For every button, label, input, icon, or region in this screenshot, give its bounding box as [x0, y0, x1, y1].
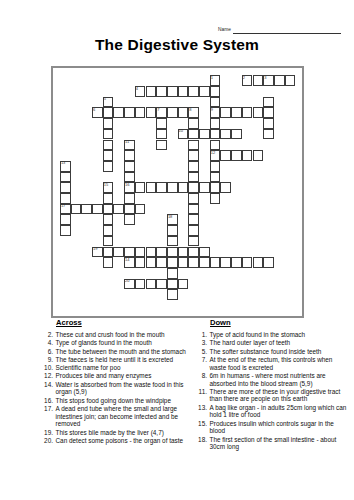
grid-cell[interactable] — [178, 279, 189, 290]
grid-cell[interactable] — [146, 86, 157, 97]
grid-cell[interactable] — [156, 118, 167, 129]
grid-cell[interactable] — [178, 182, 189, 193]
grid-cell[interactable] — [81, 204, 92, 215]
clue-item-text: Can detect some poisons - the organ of t… — [56, 437, 191, 445]
grid-cell[interactable] — [220, 150, 231, 161]
clue-item-number: 12. — [40, 372, 53, 380]
down-header: Down — [210, 318, 348, 327]
clue-item-text: The tube between the mouth and the stoma… — [56, 348, 191, 356]
clue-item-text: The hard outer layer of teeth — [210, 339, 349, 347]
grid-cell[interactable] — [199, 129, 210, 140]
clue-item: 14.Water is absorbed from the waste food… — [40, 381, 190, 396]
clue-item-number: 8. — [194, 372, 207, 387]
grid-cell[interactable] — [242, 75, 253, 86]
clue-item: 5.The softer substance found inside teet… — [194, 348, 348, 356]
clue-item-number: 3. — [194, 339, 207, 347]
clue-item: 20.Can detect some poisons - the organ o… — [40, 437, 190, 445]
grid-cell[interactable] — [146, 247, 157, 258]
clue-item-number: 2. — [40, 331, 53, 339]
clue-item-text: Produces bile and many enzymes — [56, 372, 191, 380]
clue-item: 17.A dead end tube where the small and l… — [40, 405, 190, 428]
grid-cell[interactable] — [167, 214, 178, 225]
grid-cell[interactable] — [92, 247, 103, 258]
clue-item: 15.Produces insulin which controls sugar… — [194, 420, 348, 435]
grid-cell[interactable] — [188, 118, 199, 129]
grid-cell[interactable] — [135, 86, 146, 97]
grid-cell[interactable] — [263, 97, 274, 108]
grid-cell[interactable] — [156, 247, 167, 258]
grid-cell[interactable] — [113, 107, 124, 118]
grid-cell[interactable] — [253, 150, 264, 161]
grid-cell[interactable] — [210, 172, 221, 183]
grid-cell[interactable] — [103, 97, 114, 108]
grid-cell[interactable] — [210, 75, 221, 86]
grid-cell[interactable] — [263, 257, 274, 268]
clue-item-text: Type of acid found in the stomach — [210, 331, 349, 339]
grid-cell[interactable] — [231, 129, 242, 140]
grid-cell[interactable] — [156, 107, 167, 118]
grid-cell[interactable] — [135, 204, 146, 215]
down-clue-list: 1.Type of acid found in the stomach3.The… — [194, 331, 348, 451]
clue-item-text: Type of glands found in the mouth — [56, 339, 191, 347]
grid-cell[interactable] — [167, 289, 178, 300]
grid-cell[interactable] — [188, 182, 199, 193]
grid-cell[interactable] — [135, 279, 146, 290]
grid-cell[interactable] — [103, 204, 114, 215]
clue-item-text: The softer substance found inside teeth — [210, 348, 349, 356]
clue-item: 2.These cut and crush food in the mouth — [40, 331, 190, 339]
grid-cell[interactable] — [242, 107, 253, 118]
clue-item: 10.Scientific name for poo — [40, 364, 190, 372]
grid-cell[interactable] — [253, 107, 264, 118]
grid-cell[interactable] — [199, 247, 210, 258]
clue-item-number: 1. — [194, 331, 207, 339]
grid-cell[interactable] — [146, 257, 157, 268]
clue-item-number: 18. — [194, 436, 207, 451]
grid-cell[interactable] — [210, 257, 221, 268]
clue-item-text: This stores bile made by the liver (4,7) — [56, 429, 191, 437]
grid-cell[interactable] — [210, 193, 221, 204]
clue-item: 8.6m in humans - where most nutrients ar… — [194, 372, 348, 387]
grid-cell[interactable] — [60, 161, 71, 172]
clue-item-text: At the end of the rectum, this controls … — [210, 356, 349, 371]
clue-item: 12.Produces bile and many enzymes — [40, 372, 190, 380]
grid-cell[interactable] — [103, 129, 114, 140]
clue-item: 6.The tube between the mouth and the sto… — [40, 348, 190, 356]
clue-item: 18.The first section of the small intest… — [194, 436, 348, 451]
grid-cell[interactable] — [156, 140, 167, 151]
grid-cell[interactable] — [188, 236, 199, 247]
clue-item-number: 10. — [40, 364, 53, 372]
grid-cell[interactable] — [210, 182, 221, 193]
name-blank-line — [233, 33, 341, 34]
grid-cell[interactable] — [103, 150, 114, 161]
across-header: Across — [56, 318, 190, 327]
grid-cell[interactable] — [253, 257, 264, 268]
grid-cell[interactable] — [124, 182, 135, 193]
grid-cell[interactable] — [210, 86, 221, 97]
grid-cell[interactable] — [103, 140, 114, 151]
grid-cell[interactable] — [210, 140, 221, 151]
grid-cell[interactable] — [188, 107, 199, 118]
grid-cell[interactable] — [167, 86, 178, 97]
grid-cell[interactable] — [124, 257, 135, 268]
clue-item-number: 4. — [40, 339, 53, 347]
grid-cell[interactable] — [156, 257, 167, 268]
grid-cell[interactable] — [188, 172, 199, 183]
grid-cell[interactable] — [167, 182, 178, 193]
clue-item-text: Scientific name for poo — [56, 364, 191, 372]
grid-cell[interactable] — [146, 182, 157, 193]
clue-item-text: There are more of these in your digestiv… — [210, 388, 349, 403]
grid-cell[interactable] — [103, 182, 114, 193]
grid-cell[interactable] — [167, 236, 178, 247]
clue-item: 1.Type of acid found in the stomach — [194, 331, 348, 339]
grid-cell[interactable] — [188, 214, 199, 225]
clue-item-number: 13. — [194, 404, 207, 419]
grid-cell[interactable] — [124, 204, 135, 215]
grid-cell[interactable] — [135, 182, 146, 193]
grid-cell[interactable] — [124, 107, 135, 118]
grid-cell[interactable] — [231, 107, 242, 118]
grid-cell[interactable] — [135, 257, 146, 268]
clue-item: 9.The faeces is held here until it is ex… — [40, 356, 190, 364]
grid-cell[interactable] — [124, 150, 135, 161]
grid-cell[interactable] — [124, 140, 135, 151]
grid-cell[interactable] — [167, 257, 178, 268]
grid-cell[interactable] — [242, 150, 253, 161]
clue-item: 13.A bag like organ - in adults 25cm lon… — [194, 404, 348, 419]
grid-cell[interactable] — [210, 118, 221, 129]
across-clues-section: Across 2.These cut and crush food in the… — [40, 318, 190, 445]
grid-cell[interactable] — [188, 247, 199, 258]
grid-cell[interactable] — [178, 257, 189, 268]
grid-cell[interactable] — [60, 182, 71, 193]
grid-cell[interactable] — [231, 150, 242, 161]
grid-cell[interactable] — [242, 257, 253, 268]
grid-cell[interactable] — [113, 204, 124, 215]
grid-cell[interactable] — [263, 129, 274, 140]
grid-cell[interactable] — [285, 75, 296, 86]
grid-cell[interactable] — [124, 193, 135, 204]
grid-cell[interactable] — [210, 107, 221, 118]
grid-cell[interactable] — [188, 150, 199, 161]
clue-item-text: Produces insulin which controls sugar in… — [210, 420, 349, 435]
clue-item-number: 14. — [40, 381, 53, 396]
grid-cell[interactable] — [60, 204, 71, 215]
grid-cell[interactable] — [199, 257, 210, 268]
clue-item-text: A dead end tube where the small and larg… — [56, 405, 191, 428]
clue-item: 3.The hard outer layer of teeth — [194, 339, 348, 347]
down-clues-section: Down 1.Type of acid found in the stomach… — [194, 318, 348, 452]
clue-item-text: The first section of the small intestine… — [210, 436, 349, 451]
clue-item-text: These cut and crush food in the mouth — [56, 331, 191, 339]
grid-cell[interactable] — [167, 247, 178, 258]
clue-item-text: This stops food going down the windpipe — [56, 397, 191, 405]
grid-cell[interactable] — [60, 214, 71, 225]
grid-cell[interactable] — [178, 247, 189, 258]
grid-cell[interactable] — [167, 107, 178, 118]
across-clue-list: 2.These cut and crush food in the mouth4… — [40, 331, 190, 445]
grid-cell[interactable] — [60, 193, 71, 204]
grid-cell[interactable] — [124, 172, 135, 183]
crossword-board: 1234567891011121314151617181920 — [51, 66, 304, 318]
grid-cell[interactable] — [156, 129, 167, 140]
grid-cell[interactable] — [103, 161, 114, 172]
grid-cell[interactable] — [253, 75, 264, 86]
grid-cell[interactable] — [220, 257, 231, 268]
grid-cell[interactable] — [156, 279, 167, 290]
grid-cell[interactable] — [103, 225, 114, 236]
grid-cell[interactable] — [188, 140, 199, 151]
grid-cell[interactable] — [146, 107, 157, 118]
clue-item-number: 17. — [40, 405, 53, 428]
grid-cell[interactable] — [188, 225, 199, 236]
grid-cell[interactable] — [156, 182, 167, 193]
clue-item-number: 20. — [40, 437, 53, 445]
grid-cell[interactable] — [103, 214, 114, 225]
grid-cell[interactable] — [60, 172, 71, 183]
grid-cell[interactable] — [124, 279, 135, 290]
grid-cell[interactable] — [263, 107, 274, 118]
grid-cell[interactable] — [188, 193, 199, 204]
grid-cell[interactable] — [210, 150, 221, 161]
clue-item-number: 16. — [40, 397, 53, 405]
grid-cell[interactable] — [188, 129, 199, 140]
clue-item-text: Water is absorbed from the waste food in… — [56, 381, 191, 396]
grid-cell[interactable] — [146, 279, 157, 290]
grid-cell[interactable] — [135, 247, 146, 258]
grid-cell[interactable] — [263, 75, 274, 86]
clue-item-number: 19. — [40, 429, 53, 437]
grid-cell[interactable] — [71, 204, 82, 215]
grid-cell[interactable] — [167, 225, 178, 236]
grid-cell[interactable] — [220, 182, 231, 193]
clue-item-text: 6m in humans - where most nutrients are … — [210, 372, 349, 387]
grid-cell[interactable] — [210, 161, 221, 172]
clue-item-number: 7. — [194, 356, 207, 371]
grid-cell[interactable] — [199, 182, 210, 193]
clue-item: 11.There are more of these in your diges… — [194, 388, 348, 403]
grid-cell[interactable] — [103, 247, 114, 258]
grid-cell[interactable] — [103, 118, 114, 129]
grid-cell[interactable] — [274, 75, 285, 86]
grid-cell[interactable] — [103, 236, 114, 247]
grid-cell[interactable] — [188, 161, 199, 172]
grid-cell[interactable] — [60, 225, 71, 236]
grid-cell[interactable] — [103, 257, 114, 268]
grid-cell[interactable] — [124, 161, 135, 172]
grid-cell[interactable] — [220, 129, 231, 140]
grid-cell[interactable] — [188, 204, 199, 215]
grid-cell[interactable] — [124, 247, 135, 258]
clue-item: 16.This stops food going down the windpi… — [40, 397, 190, 405]
grid-cell[interactable] — [188, 86, 199, 97]
clue-item: 7.At the end of the rectum, this control… — [194, 356, 348, 371]
grid-cell[interactable] — [263, 118, 274, 129]
grid-cell[interactable] — [188, 257, 199, 268]
clue-item-number: 9. — [40, 356, 53, 364]
grid-cell[interactable] — [167, 268, 178, 279]
grid-cell[interactable] — [103, 193, 114, 204]
grid-cell[interactable] — [156, 86, 167, 97]
grid-cell[interactable] — [210, 97, 221, 108]
grid-cell[interactable] — [178, 107, 189, 118]
grid-cell[interactable] — [231, 257, 242, 268]
grid-cell[interactable] — [113, 247, 124, 258]
grid-cell[interactable] — [103, 107, 114, 118]
page-title: The Digestive System — [0, 36, 354, 54]
clue-item: 4.Type of glands found in the mouth — [40, 339, 190, 347]
clue-item-number: 5. — [194, 348, 207, 356]
clue-item: 19.This stores bile made by the liver (4… — [40, 429, 190, 437]
grid-cell[interactable] — [199, 86, 210, 97]
grid-cell[interactable] — [92, 204, 103, 215]
grid-cell[interactable] — [178, 129, 189, 140]
clue-item-text: A bag like organ - in adults 25cm long w… — [210, 404, 349, 419]
grid-cell[interactable] — [135, 107, 146, 118]
grid-cell[interactable] — [92, 107, 103, 118]
name-label: Name — [218, 27, 231, 32]
clue-item-number: 11. — [194, 388, 207, 403]
grid-cell[interactable] — [178, 86, 189, 97]
grid-cell[interactable] — [124, 214, 135, 225]
clue-item-text: The faeces is held here until it is excr… — [56, 356, 191, 364]
grid-cell[interactable] — [210, 129, 221, 140]
grid-cell[interactable] — [167, 279, 178, 290]
clue-item-number: 6. — [40, 348, 53, 356]
grid-cell[interactable] — [220, 107, 231, 118]
clue-item-number: 15. — [194, 420, 207, 435]
